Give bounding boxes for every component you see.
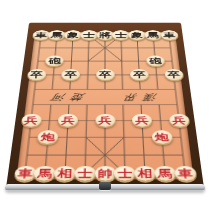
piece-character: 士 (118, 168, 133, 178)
piece-character: 兵 (135, 116, 149, 125)
piece-character: 卒 (64, 71, 77, 79)
piece-character: 將 (99, 32, 111, 39)
latch-clasp (99, 182, 111, 190)
piece-red-馬: 馬 (154, 166, 177, 181)
piece-character: 卒 (99, 71, 112, 79)
piece-character: 砲 (48, 57, 61, 64)
piece-character: 士 (115, 32, 127, 39)
piece-red-炮: 炮 (151, 130, 172, 144)
piece-character: 象 (131, 32, 143, 39)
board-grid (16, 32, 193, 180)
piece-character: 士 (83, 32, 95, 39)
piece-red-相: 相 (134, 166, 156, 181)
piece-character: 馬 (37, 168, 53, 178)
piece-black-象: 象 (128, 30, 146, 40)
board-surface: 楚河 漢界 車馬象士將士象馬車砲砲卒卒卒卒卒兵兵兵兵兵炮炮車馬相士帥士相馬車 (16, 32, 193, 180)
piece-character: 卒 (133, 71, 146, 79)
piece-character: 馬 (157, 168, 173, 178)
piece-red-兵: 兵 (132, 114, 153, 127)
piece-character: 砲 (149, 57, 162, 64)
piece-character: 兵 (98, 116, 112, 125)
piece-character: 卒 (167, 71, 180, 79)
piece-red-士: 士 (74, 166, 96, 181)
piece-character: 炮 (41, 132, 56, 141)
piece-character: 車 (163, 32, 176, 39)
piece-character: 車 (177, 168, 193, 178)
folding-edge-metal-strip (5, 184, 205, 191)
river-label-chu-he: 楚河 (45, 91, 92, 102)
piece-character: 象 (67, 32, 79, 39)
piece-black-將: 將 (96, 30, 113, 40)
piece-character: 相 (137, 168, 152, 178)
piece-character: 炮 (155, 132, 170, 141)
piece-red-帥: 帥 (94, 166, 116, 181)
piece-character: 相 (57, 168, 72, 178)
piece-red-兵: 兵 (95, 114, 115, 127)
river-label-han-jie: 漢界 (117, 91, 163, 102)
piece-black-砲: 砲 (146, 56, 165, 67)
piece-character: 帥 (98, 168, 113, 178)
piece-character: 馬 (51, 32, 63, 39)
piece-character: 車 (35, 32, 48, 39)
product-photo-stage: 楚河 漢界 車馬象士將士象馬車砲砲卒卒卒卒卒兵兵兵兵兵炮炮車馬相士帥士相馬車 (0, 0, 210, 210)
xiangqi-board: 楚河 漢界 車馬象士將士象馬車砲砲卒卒卒卒卒兵兵兵兵兵炮炮車馬相士帥士相馬車 (6, 23, 204, 190)
piece-character: 兵 (24, 116, 39, 125)
piece-character: 車 (17, 168, 33, 178)
piece-character: 兵 (172, 116, 187, 125)
piece-character: 馬 (147, 32, 159, 39)
piece-black-士: 士 (80, 30, 97, 40)
piece-black-馬: 馬 (144, 30, 162, 40)
piece-character: 兵 (61, 116, 75, 125)
piece-black-卒: 卒 (96, 69, 115, 80)
piece-character: 卒 (30, 71, 43, 79)
piece-character: 士 (77, 168, 92, 178)
piece-black-卒: 卒 (130, 69, 149, 80)
